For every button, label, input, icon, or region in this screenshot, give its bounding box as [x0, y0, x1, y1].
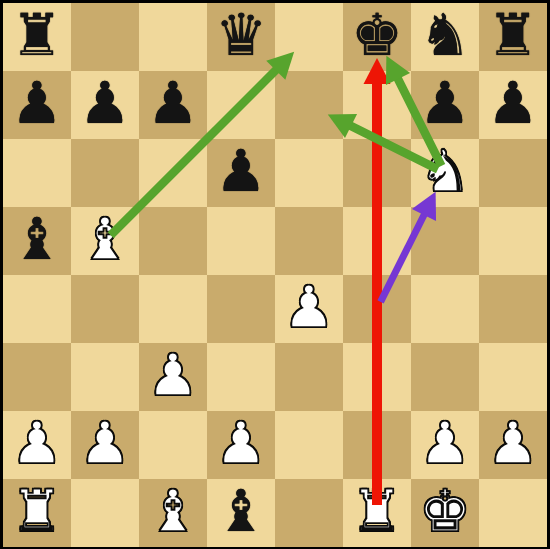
square-a7[interactable]: ♟: [3, 71, 71, 139]
piece-white-rook-f1[interactable]: ♜: [351, 482, 403, 540]
square-c7[interactable]: ♟: [139, 71, 207, 139]
square-c5[interactable]: [139, 207, 207, 275]
square-f5[interactable]: [343, 207, 411, 275]
piece-black-pawn-g7[interactable]: ♟: [419, 74, 471, 132]
square-e4[interactable]: ♟: [275, 275, 343, 343]
piece-white-pawn-d2[interactable]: ♟: [215, 414, 267, 472]
square-c2[interactable]: [139, 411, 207, 479]
square-b4[interactable]: [71, 275, 139, 343]
square-d8[interactable]: ♛: [207, 3, 275, 71]
square-a8[interactable]: ♜: [3, 3, 71, 71]
square-c3[interactable]: ♟: [139, 343, 207, 411]
square-e5[interactable]: [275, 207, 343, 275]
square-f6[interactable]: [343, 139, 411, 207]
square-g8[interactable]: ♞: [411, 3, 479, 71]
square-g2[interactable]: ♟: [411, 411, 479, 479]
square-h7[interactable]: ♟: [479, 71, 547, 139]
square-h3[interactable]: [479, 343, 547, 411]
square-a1[interactable]: ♜: [3, 479, 71, 547]
square-c4[interactable]: [139, 275, 207, 343]
square-f7[interactable]: [343, 71, 411, 139]
square-g4[interactable]: [411, 275, 479, 343]
square-e1[interactable]: [275, 479, 343, 547]
square-d6[interactable]: ♟: [207, 139, 275, 207]
piece-white-pawn-a2[interactable]: ♟: [11, 414, 63, 472]
square-f3[interactable]: [343, 343, 411, 411]
piece-white-pawn-b2[interactable]: ♟: [79, 414, 131, 472]
square-h1[interactable]: [479, 479, 547, 547]
square-h8[interactable]: ♜: [479, 3, 547, 71]
square-f2[interactable]: [343, 411, 411, 479]
square-d5[interactable]: [207, 207, 275, 275]
square-a2[interactable]: ♟: [3, 411, 71, 479]
piece-white-bishop-b5[interactable]: ♝: [79, 210, 131, 268]
square-e6[interactable]: [275, 139, 343, 207]
piece-white-bishop-c1[interactable]: ♝: [147, 482, 199, 540]
square-c1[interactable]: ♝: [139, 479, 207, 547]
piece-black-pawn-d6[interactable]: ♟: [215, 142, 267, 200]
square-b5[interactable]: ♝: [71, 207, 139, 275]
square-f4[interactable]: [343, 275, 411, 343]
square-a3[interactable]: [3, 343, 71, 411]
piece-white-knight-g6[interactable]: ♞: [419, 142, 471, 200]
square-a6[interactable]: [3, 139, 71, 207]
piece-black-pawn-b7[interactable]: ♟: [79, 74, 131, 132]
chess-board: ♜♛♚♞♜♟♟♟♟♟♟♞♝♝♟♟♟♟♟♟♟♜♝♝♜♚: [3, 3, 547, 547]
piece-black-rook-h8[interactable]: ♜: [487, 6, 539, 64]
square-h5[interactable]: [479, 207, 547, 275]
square-g7[interactable]: ♟: [411, 71, 479, 139]
square-d4[interactable]: [207, 275, 275, 343]
square-a5[interactable]: ♝: [3, 207, 71, 275]
chess-board-frame: ♜♛♚♞♜♟♟♟♟♟♟♞♝♝♟♟♟♟♟♟♟♜♝♝♜♚: [0, 0, 550, 549]
square-d3[interactable]: [207, 343, 275, 411]
piece-black-queen-d8[interactable]: ♛: [215, 6, 267, 64]
square-h4[interactable]: [479, 275, 547, 343]
square-b1[interactable]: [71, 479, 139, 547]
square-e3[interactable]: [275, 343, 343, 411]
square-f1[interactable]: ♜: [343, 479, 411, 547]
square-g3[interactable]: [411, 343, 479, 411]
square-g1[interactable]: ♚: [411, 479, 479, 547]
square-b8[interactable]: [71, 3, 139, 71]
square-h2[interactable]: ♟: [479, 411, 547, 479]
piece-white-king-g1[interactable]: ♚: [419, 482, 471, 540]
piece-black-pawn-h7[interactable]: ♟: [487, 74, 539, 132]
piece-white-rook-a1[interactable]: ♜: [11, 482, 63, 540]
square-b7[interactable]: ♟: [71, 71, 139, 139]
square-f8[interactable]: ♚: [343, 3, 411, 71]
piece-black-king-f8[interactable]: ♚: [351, 6, 403, 64]
square-c8[interactable]: [139, 3, 207, 71]
square-e2[interactable]: [275, 411, 343, 479]
piece-black-rook-a8[interactable]: ♜: [11, 6, 63, 64]
piece-white-pawn-g2[interactable]: ♟: [419, 414, 471, 472]
square-d1[interactable]: ♝: [207, 479, 275, 547]
piece-black-pawn-c7[interactable]: ♟: [147, 74, 199, 132]
piece-black-bishop-a5[interactable]: ♝: [11, 210, 63, 268]
piece-black-knight-g8[interactable]: ♞: [419, 6, 471, 64]
square-a4[interactable]: [3, 275, 71, 343]
piece-white-pawn-h2[interactable]: ♟: [487, 414, 539, 472]
square-g6[interactable]: ♞: [411, 139, 479, 207]
square-e8[interactable]: [275, 3, 343, 71]
piece-black-bishop-d1[interactable]: ♝: [215, 482, 267, 540]
square-c6[interactable]: [139, 139, 207, 207]
square-b3[interactable]: [71, 343, 139, 411]
square-h6[interactable]: [479, 139, 547, 207]
piece-black-pawn-a7[interactable]: ♟: [11, 74, 63, 132]
square-e7[interactable]: [275, 71, 343, 139]
square-d7[interactable]: [207, 71, 275, 139]
square-b2[interactable]: ♟: [71, 411, 139, 479]
piece-white-pawn-c3[interactable]: ♟: [147, 346, 199, 404]
piece-white-pawn-e4[interactable]: ♟: [283, 278, 335, 336]
square-d2[interactable]: ♟: [207, 411, 275, 479]
square-g5[interactable]: [411, 207, 479, 275]
square-b6[interactable]: [71, 139, 139, 207]
